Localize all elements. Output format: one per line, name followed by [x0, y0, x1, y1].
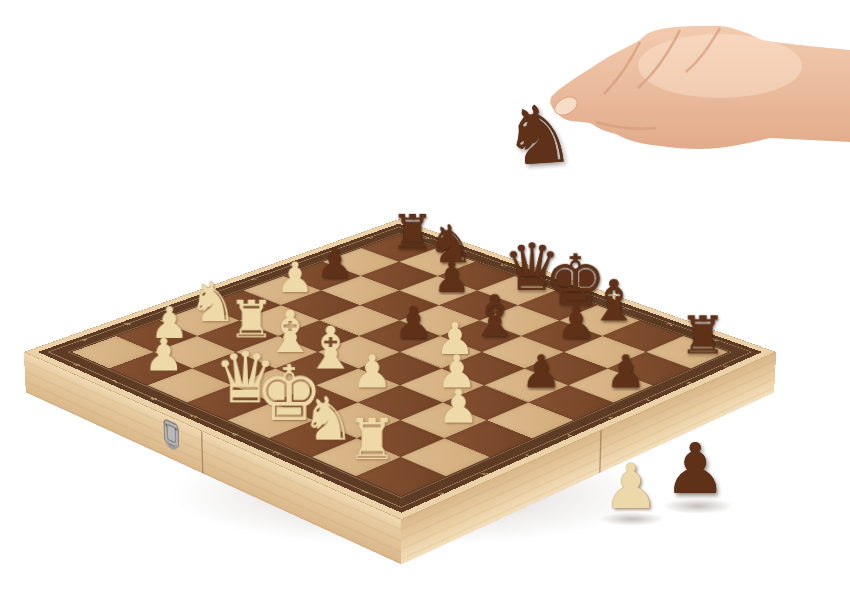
piece-dark-bishop: ♝	[586, 277, 643, 325]
hand-highlight	[638, 34, 802, 98]
square-b5	[232, 368, 316, 402]
piece-dark-queen: ♛	[503, 240, 558, 295]
captured-light-pawn: ♟	[603, 456, 659, 518]
captured-dark-pawn: ♟	[664, 434, 727, 504]
piece-dark-rook: ♜	[385, 212, 438, 253]
hand	[480, 0, 850, 200]
piece-dark-knight: ♞	[424, 222, 478, 266]
piece-dark-rook: ♜	[673, 313, 731, 357]
piece-dark-king: ♚	[544, 251, 600, 310]
product-photo: ♟♞♟♟♜♟♜♞♝♟♛♝♟♛♚♟♟♝♚♞♟♟♝♜♟♟♟♜ 88776655443…	[0, 0, 850, 592]
